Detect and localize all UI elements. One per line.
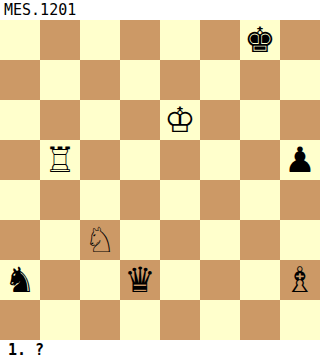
- square-a4[interactable]: [0, 180, 40, 220]
- square-f2[interactable]: [200, 260, 240, 300]
- square-h5[interactable]: ♟: [280, 140, 320, 180]
- square-e3[interactable]: [160, 220, 200, 260]
- square-d3[interactable]: [120, 220, 160, 260]
- square-g6[interactable]: [240, 100, 280, 140]
- square-h4[interactable]: [280, 180, 320, 220]
- square-c6[interactable]: [80, 100, 120, 140]
- white-bishop: ♗: [284, 260, 315, 300]
- square-c3[interactable]: ♘: [80, 220, 120, 260]
- square-d8[interactable]: [120, 20, 160, 60]
- square-d5[interactable]: [120, 140, 160, 180]
- move-prompt: 1. ?: [0, 340, 320, 360]
- square-c7[interactable]: [80, 60, 120, 100]
- square-d2[interactable]: ♛: [120, 260, 160, 300]
- square-c5[interactable]: [80, 140, 120, 180]
- square-c1[interactable]: [80, 300, 120, 340]
- square-b3[interactable]: [40, 220, 80, 260]
- square-g4[interactable]: [240, 180, 280, 220]
- chess-board: ♚♔♖♟♘♞♛♗: [0, 20, 320, 340]
- square-g5[interactable]: [240, 140, 280, 180]
- square-d7[interactable]: [120, 60, 160, 100]
- black-queen: ♛: [124, 260, 155, 300]
- puzzle-id: MES.1201: [0, 0, 320, 20]
- square-d1[interactable]: [120, 300, 160, 340]
- square-e2[interactable]: [160, 260, 200, 300]
- square-e1[interactable]: [160, 300, 200, 340]
- white-rook: ♖: [44, 140, 75, 180]
- square-e4[interactable]: [160, 180, 200, 220]
- square-a2[interactable]: ♞: [0, 260, 40, 300]
- square-g2[interactable]: [240, 260, 280, 300]
- square-b6[interactable]: [40, 100, 80, 140]
- square-e7[interactable]: [160, 60, 200, 100]
- black-king: ♚: [244, 20, 275, 60]
- square-g1[interactable]: [240, 300, 280, 340]
- white-king: ♔: [164, 100, 195, 140]
- square-f6[interactable]: [200, 100, 240, 140]
- square-g8[interactable]: ♚: [240, 20, 280, 60]
- square-b4[interactable]: [40, 180, 80, 220]
- square-d6[interactable]: [120, 100, 160, 140]
- square-g3[interactable]: [240, 220, 280, 260]
- square-h8[interactable]: [280, 20, 320, 60]
- square-f7[interactable]: [200, 60, 240, 100]
- square-b7[interactable]: [40, 60, 80, 100]
- black-knight: ♞: [4, 260, 35, 300]
- square-e6[interactable]: ♔: [160, 100, 200, 140]
- square-a7[interactable]: [0, 60, 40, 100]
- chess-puzzle-diagram: MES.1201 ♚♔♖♟♘♞♛♗ 1. ?: [0, 0, 320, 360]
- square-b1[interactable]: [40, 300, 80, 340]
- square-b2[interactable]: [40, 260, 80, 300]
- square-a5[interactable]: [0, 140, 40, 180]
- square-d4[interactable]: [120, 180, 160, 220]
- square-b5[interactable]: ♖: [40, 140, 80, 180]
- square-g7[interactable]: [240, 60, 280, 100]
- square-e8[interactable]: [160, 20, 200, 60]
- square-f4[interactable]: [200, 180, 240, 220]
- square-a3[interactable]: [0, 220, 40, 260]
- square-f1[interactable]: [200, 300, 240, 340]
- square-e5[interactable]: [160, 140, 200, 180]
- square-a8[interactable]: [0, 20, 40, 60]
- black-pawn: ♟: [284, 140, 315, 180]
- square-c8[interactable]: [80, 20, 120, 60]
- square-h1[interactable]: [280, 300, 320, 340]
- square-f3[interactable]: [200, 220, 240, 260]
- square-f8[interactable]: [200, 20, 240, 60]
- square-b8[interactable]: [40, 20, 80, 60]
- square-a1[interactable]: [0, 300, 40, 340]
- square-a6[interactable]: [0, 100, 40, 140]
- square-f5[interactable]: [200, 140, 240, 180]
- square-c4[interactable]: [80, 180, 120, 220]
- white-knight: ♘: [84, 220, 115, 260]
- square-h3[interactable]: [280, 220, 320, 260]
- square-h6[interactable]: [280, 100, 320, 140]
- square-h2[interactable]: ♗: [280, 260, 320, 300]
- square-h7[interactable]: [280, 60, 320, 100]
- square-c2[interactable]: [80, 260, 120, 300]
